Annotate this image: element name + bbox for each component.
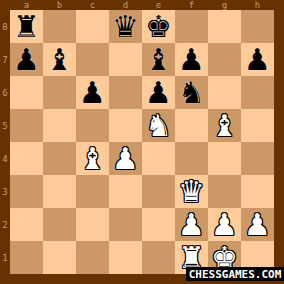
black-pawn-e6: ♟ bbox=[145, 76, 172, 109]
square-f3[interactable]: ♛ bbox=[175, 175, 208, 208]
square-a2[interactable] bbox=[10, 208, 43, 241]
square-b1[interactable] bbox=[43, 241, 76, 274]
square-b8[interactable] bbox=[43, 10, 76, 43]
square-a1[interactable] bbox=[10, 241, 43, 274]
black-rook-a8: ♜ bbox=[13, 10, 40, 43]
rank-label-2: 2 bbox=[0, 208, 10, 241]
square-e8[interactable]: ♚ bbox=[142, 10, 175, 43]
chess-diagram: abcdefgh 87654321 ♜♛♚♟♝♝♟♟♟♟♞♞♝♝♟♛♟♟♟♜♚ … bbox=[0, 0, 284, 284]
square-g7[interactable] bbox=[208, 43, 241, 76]
square-h8[interactable] bbox=[241, 10, 274, 43]
white-queen-f3: ♛ bbox=[178, 175, 205, 208]
square-h4[interactable] bbox=[241, 142, 274, 175]
white-knight-e5: ♞ bbox=[145, 109, 172, 142]
black-bishop-e7: ♝ bbox=[145, 43, 172, 76]
square-e5[interactable]: ♞ bbox=[142, 109, 175, 142]
square-g3[interactable] bbox=[208, 175, 241, 208]
square-e6[interactable]: ♟ bbox=[142, 76, 175, 109]
square-f8[interactable] bbox=[175, 10, 208, 43]
square-a6[interactable] bbox=[10, 76, 43, 109]
white-bishop-c4: ♝ bbox=[79, 142, 106, 175]
square-d5[interactable] bbox=[109, 109, 142, 142]
file-label-h: h bbox=[241, 0, 274, 10]
square-a3[interactable] bbox=[10, 175, 43, 208]
black-queen-d8: ♛ bbox=[112, 10, 139, 43]
black-pawn-f7: ♟ bbox=[178, 43, 205, 76]
square-b7[interactable]: ♝ bbox=[43, 43, 76, 76]
square-a4[interactable] bbox=[10, 142, 43, 175]
square-h7[interactable]: ♟ bbox=[241, 43, 274, 76]
square-c5[interactable] bbox=[76, 109, 109, 142]
file-labels: abcdefgh bbox=[10, 0, 274, 10]
square-a5[interactable] bbox=[10, 109, 43, 142]
square-g2[interactable]: ♟ bbox=[208, 208, 241, 241]
rank-label-7: 7 bbox=[0, 43, 10, 76]
square-c8[interactable] bbox=[76, 10, 109, 43]
rank-labels: 87654321 bbox=[0, 10, 10, 274]
square-f2[interactable]: ♟ bbox=[175, 208, 208, 241]
square-h6[interactable] bbox=[241, 76, 274, 109]
white-pawn-f2: ♟ bbox=[178, 208, 205, 241]
square-c3[interactable] bbox=[76, 175, 109, 208]
square-f6[interactable]: ♞ bbox=[175, 76, 208, 109]
square-d4[interactable]: ♟ bbox=[109, 142, 142, 175]
chess-board: ♜♛♚♟♝♝♟♟♟♟♞♞♝♝♟♛♟♟♟♜♚ bbox=[10, 10, 274, 274]
square-d7[interactable] bbox=[109, 43, 142, 76]
rank-label-3: 3 bbox=[0, 175, 10, 208]
square-d2[interactable] bbox=[109, 208, 142, 241]
square-c1[interactable] bbox=[76, 241, 109, 274]
rank-label-6: 6 bbox=[0, 76, 10, 109]
square-a8[interactable]: ♜ bbox=[10, 10, 43, 43]
square-d6[interactable] bbox=[109, 76, 142, 109]
square-g6[interactable] bbox=[208, 76, 241, 109]
rank-label-4: 4 bbox=[0, 142, 10, 175]
white-pawn-d4: ♟ bbox=[112, 142, 139, 175]
square-c7[interactable] bbox=[76, 43, 109, 76]
chessgames-watermark-label: CHESSGAMES.COM bbox=[189, 268, 282, 281]
file-label-c: c bbox=[76, 0, 109, 10]
square-e7[interactable]: ♝ bbox=[142, 43, 175, 76]
black-bishop-b7: ♝ bbox=[46, 43, 73, 76]
rank-label-8: 8 bbox=[0, 10, 10, 43]
square-d1[interactable] bbox=[109, 241, 142, 274]
square-b2[interactable] bbox=[43, 208, 76, 241]
square-h2[interactable]: ♟ bbox=[241, 208, 274, 241]
white-pawn-g2: ♟ bbox=[211, 208, 238, 241]
black-pawn-h7: ♟ bbox=[244, 43, 271, 76]
square-h5[interactable] bbox=[241, 109, 274, 142]
black-knight-f6: ♞ bbox=[178, 76, 205, 109]
white-pawn-h2: ♟ bbox=[244, 208, 271, 241]
square-c4[interactable]: ♝ bbox=[76, 142, 109, 175]
square-h3[interactable] bbox=[241, 175, 274, 208]
square-b5[interactable] bbox=[43, 109, 76, 142]
file-label-f: f bbox=[175, 0, 208, 10]
square-b6[interactable] bbox=[43, 76, 76, 109]
square-g5[interactable]: ♝ bbox=[208, 109, 241, 142]
file-label-b: b bbox=[43, 0, 76, 10]
square-b3[interactable] bbox=[43, 175, 76, 208]
square-g4[interactable] bbox=[208, 142, 241, 175]
black-pawn-c6: ♟ bbox=[79, 76, 106, 109]
square-b4[interactable] bbox=[43, 142, 76, 175]
square-d8[interactable]: ♛ bbox=[109, 10, 142, 43]
square-c6[interactable]: ♟ bbox=[76, 76, 109, 109]
square-f7[interactable]: ♟ bbox=[175, 43, 208, 76]
file-label-g: g bbox=[208, 0, 241, 10]
square-e1[interactable] bbox=[142, 241, 175, 274]
square-d3[interactable] bbox=[109, 175, 142, 208]
square-a7[interactable]: ♟ bbox=[10, 43, 43, 76]
square-f5[interactable] bbox=[175, 109, 208, 142]
square-e3[interactable] bbox=[142, 175, 175, 208]
rank-label-1: 1 bbox=[0, 241, 10, 274]
chessgames-watermark: CHESSGAMES.COM bbox=[186, 267, 284, 281]
rank-label-5: 5 bbox=[0, 109, 10, 142]
black-pawn-a7: ♟ bbox=[13, 43, 40, 76]
white-bishop-g5: ♝ bbox=[211, 109, 238, 142]
square-f4[interactable] bbox=[175, 142, 208, 175]
black-king-e8: ♚ bbox=[145, 10, 172, 43]
square-e4[interactable] bbox=[142, 142, 175, 175]
square-c2[interactable] bbox=[76, 208, 109, 241]
square-g8[interactable] bbox=[208, 10, 241, 43]
square-e2[interactable] bbox=[142, 208, 175, 241]
